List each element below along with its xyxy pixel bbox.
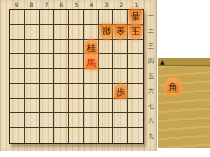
file-label-4: 4	[84, 1, 99, 9]
board-cell[interactable]	[128, 54, 143, 69]
board-cell[interactable]	[84, 113, 99, 128]
board-cell[interactable]	[25, 84, 40, 99]
board-cell[interactable]	[54, 40, 69, 55]
board-cell[interactable]	[25, 25, 40, 40]
board-cell[interactable]	[54, 25, 69, 40]
board-cell[interactable]	[10, 10, 25, 25]
rank-label-4: 四	[146, 54, 156, 69]
board-cell[interactable]	[99, 128, 114, 143]
board-cell[interactable]	[69, 84, 84, 99]
board-cell[interactable]	[40, 40, 55, 55]
board-cell[interactable]	[25, 113, 40, 128]
board-cell[interactable]	[54, 10, 69, 25]
rank-label-8: 八	[146, 114, 156, 129]
board-cell[interactable]	[99, 113, 114, 128]
board-cell[interactable]	[10, 128, 25, 143]
board-cell[interactable]	[113, 99, 128, 114]
board-cell[interactable]	[84, 10, 99, 25]
board-cell[interactable]	[40, 99, 55, 114]
board-cell[interactable]	[10, 40, 25, 55]
board-cell[interactable]	[69, 69, 84, 84]
board-cell[interactable]	[40, 10, 55, 25]
board-cell[interactable]	[54, 128, 69, 143]
board-cell[interactable]	[84, 25, 99, 40]
file-labels: 987654321	[9, 1, 144, 9]
board-cell[interactable]	[113, 128, 128, 143]
board-cell[interactable]	[113, 113, 128, 128]
board-cell[interactable]	[54, 69, 69, 84]
hand-piece-角[interactable]: 角	[166, 78, 180, 93]
board-cell[interactable]	[128, 128, 143, 143]
board-cell[interactable]	[69, 25, 84, 40]
board-cell[interactable]	[10, 54, 25, 69]
board-cell[interactable]	[54, 99, 69, 114]
board-cell[interactable]	[54, 54, 69, 69]
piece-glyph: 桂	[87, 43, 96, 54]
piece-香-1一[interactable]: 香	[129, 10, 142, 24]
piece-玉-1二[interactable]: 玉	[129, 25, 142, 39]
board-cell[interactable]	[113, 54, 128, 69]
board-cell[interactable]	[25, 69, 40, 84]
piece-glyph: 金	[116, 25, 125, 36]
board-cell[interactable]	[99, 84, 114, 99]
file-label-2: 2	[114, 1, 129, 9]
file-label-1: 1	[129, 1, 144, 9]
piece-歩-2六[interactable]: 歩	[114, 84, 127, 98]
board-cell[interactable]	[99, 54, 114, 69]
board-cell[interactable]	[113, 10, 128, 25]
board-cell[interactable]	[40, 128, 55, 143]
rank-label-2: 二	[146, 24, 156, 39]
board-cell[interactable]	[40, 25, 55, 40]
board-cell[interactable]	[40, 84, 55, 99]
board-cell[interactable]	[25, 40, 40, 55]
board-cell[interactable]	[69, 10, 84, 25]
piece-glyph: 歩	[116, 87, 125, 98]
board-cell[interactable]	[40, 113, 55, 128]
board-cell[interactable]	[84, 69, 99, 84]
board-cell[interactable]	[10, 99, 25, 114]
board-cell[interactable]	[84, 99, 99, 114]
komadai-body: 角	[158, 66, 210, 148]
board-cell[interactable]	[54, 84, 69, 99]
board-cell[interactable]	[54, 113, 69, 128]
piece-glyph: 馬	[87, 58, 96, 69]
piece-銀-3二[interactable]: 銀	[100, 25, 113, 39]
board-cell[interactable]	[25, 10, 40, 25]
board-cell[interactable]	[128, 84, 143, 99]
board-cell[interactable]	[69, 128, 84, 143]
piece-glyph: 玉	[131, 25, 140, 36]
board-cell[interactable]	[99, 69, 114, 84]
file-label-7: 7	[39, 1, 54, 9]
piece-glyph: 角	[169, 82, 178, 93]
piece-glyph: 香	[131, 10, 140, 21]
file-label-9: 9	[9, 1, 24, 9]
file-label-5: 5	[69, 1, 84, 9]
board-cell[interactable]	[128, 40, 143, 55]
file-label-6: 6	[54, 1, 69, 9]
board-cell[interactable]	[69, 40, 84, 55]
shogi-board: 987654321 一二三四五六七八九 香玉金銀桂馬歩	[0, 0, 157, 151]
piece-金-2二[interactable]: 金	[114, 25, 127, 39]
board-cell[interactable]	[128, 113, 143, 128]
komadai-header: ▲	[158, 58, 210, 66]
board-cell[interactable]	[69, 113, 84, 128]
rank-label-1: 一	[146, 9, 156, 24]
rank-labels: 一二三四五六七八九	[146, 9, 156, 144]
sente-komadai: ▲ 角	[158, 58, 210, 148]
board-cell[interactable]	[69, 99, 84, 114]
board-cell[interactable]	[84, 84, 99, 99]
rank-label-7: 七	[146, 99, 156, 114]
sente-turn-indicator: ▲	[160, 58, 165, 66]
board-cell[interactable]	[10, 84, 25, 99]
board-cell[interactable]	[25, 128, 40, 143]
board-cell[interactable]	[99, 40, 114, 55]
board-cell[interactable]	[10, 69, 25, 84]
board-cell[interactable]	[99, 99, 114, 114]
board-cell[interactable]	[99, 10, 114, 25]
piece-馬-4四[interactable]: 馬	[85, 55, 98, 69]
board-cell[interactable]	[113, 40, 128, 55]
piece-桂-4三[interactable]: 桂	[85, 40, 98, 54]
board-cell[interactable]	[25, 54, 40, 69]
piece-glyph: 銀	[102, 25, 111, 36]
board-cell[interactable]	[25, 99, 40, 114]
file-label-3: 3	[99, 1, 114, 9]
file-label-8: 8	[24, 1, 39, 9]
rank-label-3: 三	[146, 39, 156, 54]
board-cell[interactable]	[128, 69, 143, 84]
board-cell[interactable]	[40, 54, 55, 69]
board-cell[interactable]	[84, 128, 99, 143]
rank-label-5: 五	[146, 69, 156, 84]
board-cell[interactable]	[40, 69, 55, 84]
rank-label-6: 六	[146, 84, 156, 99]
board-cell[interactable]	[10, 113, 25, 128]
board-cell[interactable]	[113, 69, 128, 84]
rank-label-9: 九	[146, 129, 156, 144]
board-cell[interactable]	[69, 54, 84, 69]
board-cell[interactable]	[128, 99, 143, 114]
shogi-app: 987654321 一二三四五六七八九 香玉金銀桂馬歩 ▲ 角	[0, 0, 210, 157]
board-cell[interactable]	[10, 25, 25, 40]
